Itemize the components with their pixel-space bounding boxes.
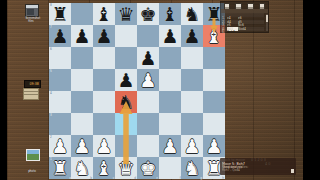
scrollbar[interactable] <box>266 14 268 31</box>
rank-label-8: 8 <box>50 3 52 6</box>
square-a3[interactable]: 3 <box>49 113 71 135</box>
black-pawn[interactable]: ♟ <box>159 25 181 47</box>
black-pawn[interactable]: ♟ <box>71 25 93 47</box>
black-bishop[interactable]: ♝ <box>93 3 115 25</box>
rank-label-5: 5 <box>50 69 52 72</box>
square-h4[interactable] <box>203 91 225 113</box>
square-d1[interactable]: ♛d <box>115 157 137 179</box>
white-bishop[interactable]: ♝ <box>93 157 115 179</box>
square-a8[interactable]: ♜8 <box>49 3 71 25</box>
white-pawn[interactable]: ♟ <box>71 135 93 157</box>
desktop-wallpaper: Screenshot files 09:38 photo ♜8♝♛♚♝♞♜♟7♟… <box>7 0 303 180</box>
square-g6[interactable] <box>181 47 203 69</box>
window-icon-titlebar <box>26 5 38 8</box>
square-d3[interactable] <box>115 113 137 135</box>
window-icon-content <box>27 9 34 15</box>
black-king[interactable]: ♚ <box>137 3 159 25</box>
rank-label-1: 1 <box>50 157 52 160</box>
rank-label-3: 3 <box>50 113 52 116</box>
square-c2[interactable]: ♟ <box>93 135 115 157</box>
photo-file-icon[interactable] <box>26 149 40 161</box>
black-pawn[interactable]: ♟ <box>137 47 159 69</box>
square-e2[interactable] <box>137 135 159 157</box>
square-a7[interactable]: ♟7 <box>49 25 71 47</box>
white-pawn[interactable]: ♟ <box>49 135 71 157</box>
photo-icon-label: photo <box>26 161 38 180</box>
letterbox-right <box>303 0 320 180</box>
move-list: 1.e4e62.d4d53.e5Nc64.Bd3Nxd45.Bxh7 <box>222 13 264 31</box>
square-g2[interactable]: ♟ <box>181 135 203 157</box>
black-knight[interactable]: ♞ <box>181 3 203 25</box>
black-pawn[interactable]: ♟ <box>181 25 203 47</box>
rank-label-6: 6 <box>50 47 52 50</box>
square-c4[interactable] <box>93 91 115 113</box>
chess-board[interactable]: ♜8♝♛♚♝♞♜♟7♟♟♟♟♝6♟5♟♟4♞3♟2♟♟♟♟♟♜1a♞b♝c♛d♚… <box>49 3 225 179</box>
black-rook[interactable]: ♜ <box>49 3 71 25</box>
white-king[interactable]: ♚ <box>137 157 159 179</box>
square-f5[interactable] <box>159 69 181 91</box>
white-pawn[interactable]: ♟ <box>137 69 159 91</box>
black-queen[interactable]: ♛ <box>115 3 137 25</box>
square-f4[interactable] <box>159 91 181 113</box>
square-e5[interactable]: ♟ <box>137 69 159 91</box>
square-f3[interactable] <box>159 113 181 135</box>
sticky-note-icon[interactable] <box>23 88 39 100</box>
black-knight[interactable]: ♞ <box>115 91 137 113</box>
square-h5[interactable] <box>203 69 225 91</box>
square-c1[interactable]: ♝c <box>93 157 115 179</box>
square-g3[interactable] <box>181 113 203 135</box>
black-pawn[interactable]: ♟ <box>93 25 115 47</box>
square-g8[interactable]: ♞ <box>181 3 203 25</box>
square-b6[interactable] <box>71 47 93 69</box>
square-g5[interactable] <box>181 69 203 91</box>
scrollbar-thumb[interactable] <box>266 15 268 22</box>
square-b2[interactable]: ♟ <box>71 135 93 157</box>
move-list-panel: Game information 1.e4e62.d4d53.e5Nc64.Bd… <box>220 1 269 33</box>
video-frame: Screenshot files 09:38 photo ♜8♝♛♚♝♞♜♟7♟… <box>0 0 320 180</box>
square-c8[interactable]: ♝ <box>93 3 115 25</box>
square-d6[interactable] <box>115 47 137 69</box>
square-e7[interactable] <box>137 25 159 47</box>
square-a2[interactable]: ♟2 <box>49 135 71 157</box>
panel-toolbar <box>221 2 268 9</box>
square-b1[interactable]: ♞b <box>71 157 93 179</box>
popup-corner-icon[interactable] <box>291 169 294 172</box>
letterbox-left <box>0 0 7 180</box>
square-a5[interactable]: 5 <box>49 69 71 91</box>
square-d7[interactable] <box>115 25 137 47</box>
rank-label-4: 4 <box>50 91 52 94</box>
white-pawn[interactable]: ♟ <box>181 135 203 157</box>
popup-footer-link[interactable]: Show analysis <box>222 155 279 174</box>
white-pawn[interactable]: ♟ <box>159 135 181 157</box>
square-b8[interactable] <box>71 3 93 25</box>
square-g1[interactable]: ♞g <box>181 157 203 179</box>
white-rook[interactable]: ♜ <box>49 157 71 179</box>
square-h6[interactable] <box>203 47 225 69</box>
square-c3[interactable] <box>93 113 115 135</box>
square-g7[interactable]: ♟ <box>181 25 203 47</box>
square-a4[interactable]: 4 <box>49 91 71 113</box>
square-c7[interactable]: ♟ <box>93 25 115 47</box>
square-f8[interactable]: ♝ <box>159 3 181 25</box>
square-a6[interactable]: 6 <box>49 47 71 69</box>
black-pawn[interactable]: ♟ <box>115 69 137 91</box>
white-knight[interactable]: ♞ <box>181 157 203 179</box>
square-b7[interactable]: ♟ <box>71 25 93 47</box>
square-f1[interactable]: f <box>159 157 181 179</box>
black-bishop[interactable]: ♝ <box>159 3 181 25</box>
square-g4[interactable] <box>181 91 203 113</box>
square-b4[interactable] <box>71 91 93 113</box>
black-pawn[interactable]: ♟ <box>49 25 71 47</box>
square-f6[interactable] <box>159 47 181 69</box>
square-e3[interactable] <box>137 113 159 135</box>
square-d5[interactable]: ♟ <box>115 69 137 91</box>
analysis-popup[interactable]: Move 5: Bxh7 Candidate replies: Rxh7 - Q… <box>220 158 296 175</box>
square-f2[interactable]: ♟ <box>159 135 181 157</box>
rank-label-2: 2 <box>50 135 52 138</box>
square-h3[interactable] <box>203 113 225 135</box>
square-b5[interactable] <box>71 69 93 91</box>
square-e4[interactable] <box>137 91 159 113</box>
square-e6[interactable]: ♟ <box>137 47 159 69</box>
square-c5[interactable] <box>93 69 115 91</box>
window-icon-label: Screenshot files <box>25 16 37 35</box>
square-e1[interactable]: ♚e <box>137 157 159 179</box>
white-queen[interactable]: ♛ <box>115 157 137 179</box>
square-d8[interactable]: ♛ <box>115 3 137 25</box>
white-pawn[interactable]: ♟ <box>93 135 115 157</box>
square-e8[interactable]: ♚ <box>137 3 159 25</box>
square-c6[interactable] <box>93 47 115 69</box>
square-f7[interactable]: ♟ <box>159 25 181 47</box>
white-knight[interactable]: ♞ <box>71 157 93 179</box>
square-d2[interactable] <box>115 135 137 157</box>
square-b3[interactable] <box>71 113 93 135</box>
square-a1[interactable]: ♜1a <box>49 157 71 179</box>
rank-label-7: 7 <box>50 25 52 28</box>
square-d4[interactable]: ♞ <box>115 91 137 113</box>
